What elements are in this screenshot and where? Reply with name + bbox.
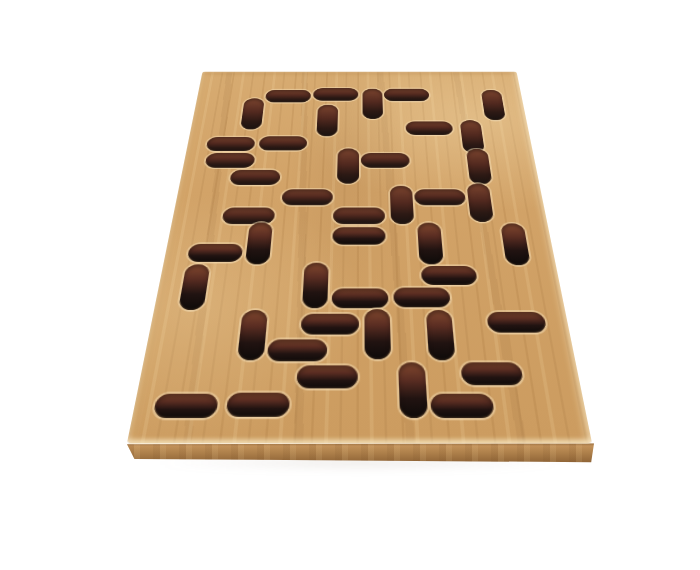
slot-cutout-h: [414, 189, 466, 205]
slot-cutout-h: [229, 170, 280, 185]
slot-cutout-h: [205, 153, 256, 168]
slot-cutout-v: [398, 362, 428, 418]
slot-cutout-h: [281, 189, 333, 205]
slot-cutout-v: [417, 223, 444, 265]
slot-cutout-h: [421, 266, 478, 285]
slot-cutout-h: [460, 362, 523, 385]
slot-cutout-v: [336, 148, 358, 183]
slot-cutout-v: [500, 223, 530, 265]
slot-cutout-h: [296, 365, 357, 388]
slot-cutout-h: [301, 314, 359, 335]
slots-layer: [127, 72, 592, 444]
slot-cutout-v: [236, 310, 267, 360]
slot-cutout-h: [333, 208, 385, 225]
slot-cutout-v: [466, 184, 494, 222]
slot-cutout-h: [486, 312, 547, 333]
slot-cutout-h: [265, 90, 311, 103]
slot-cutout-h: [206, 137, 256, 151]
slot-cutout-h: [332, 227, 385, 244]
slot-cutout-v: [316, 105, 338, 137]
slot-cutout-v: [425, 310, 455, 360]
slot-cutout-h: [384, 89, 430, 102]
product-photo-scene: [0, 0, 700, 570]
slot-cutout-v: [178, 264, 210, 310]
slot-cutout-h: [222, 208, 276, 225]
slot-cutout-v: [465, 149, 491, 184]
slot-cutout-v: [389, 186, 413, 224]
slot-cutout-h: [226, 393, 291, 417]
slot-cutout-h: [332, 288, 389, 308]
slot-cutout-h: [153, 394, 219, 418]
slot-cutout-h: [258, 136, 307, 150]
panel-top-face: [127, 72, 592, 444]
slot-cutout-v: [364, 309, 391, 359]
slot-cutout-v: [480, 90, 505, 120]
slot-cutout-v: [302, 263, 329, 309]
slot-cutout-h: [267, 339, 328, 361]
slot-cutout-h: [405, 121, 453, 135]
slot-cutout-h: [430, 394, 495, 418]
slot-cutout-h: [393, 288, 451, 308]
slot-cutout-v: [362, 89, 383, 119]
slot-cutout-h: [361, 153, 410, 168]
slot-cutout-v: [240, 98, 264, 129]
slot-cutout-h: [187, 244, 243, 262]
slot-cutout-h: [313, 88, 358, 101]
slot-cutout-v: [459, 120, 484, 153]
slot-cutout-v: [244, 223, 272, 265]
